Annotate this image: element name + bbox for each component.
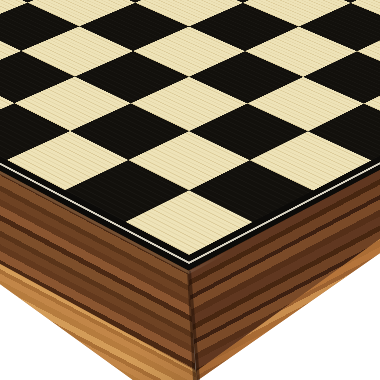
chessboard-product-photo: [0, 0, 380, 380]
